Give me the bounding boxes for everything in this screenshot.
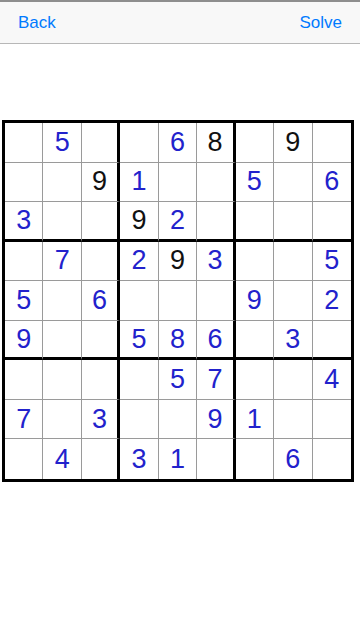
cell-r1c1[interactable] <box>5 123 43 163</box>
cell-r3c4[interactable]: 9 <box>120 202 158 242</box>
cell-r1c7[interactable] <box>236 123 274 163</box>
cell-r2c2[interactable] <box>43 163 81 203</box>
cell-r1c3[interactable] <box>82 123 120 163</box>
cell-r2c9[interactable]: 6 <box>313 163 351 203</box>
cell-r1c9[interactable] <box>313 123 351 163</box>
cell-r5c8[interactable] <box>274 281 312 321</box>
cell-r8c5[interactable] <box>159 400 197 440</box>
cell-r3c1[interactable]: 3 <box>5 202 43 242</box>
cell-r1c8[interactable]: 9 <box>274 123 312 163</box>
cell-r4c2[interactable]: 7 <box>43 242 81 282</box>
cell-r7c4[interactable] <box>120 360 158 400</box>
cell-r9c8[interactable]: 6 <box>274 439 312 479</box>
cell-r3c8[interactable] <box>274 202 312 242</box>
cell-r2c7[interactable]: 5 <box>236 163 274 203</box>
cell-r6c1[interactable]: 9 <box>5 321 43 361</box>
cell-r8c6[interactable]: 9 <box>197 400 235 440</box>
cell-r3c9[interactable] <box>313 202 351 242</box>
cell-r7c2[interactable] <box>43 360 81 400</box>
cell-r7c6[interactable]: 7 <box>197 360 235 400</box>
cell-r4c6[interactable]: 3 <box>197 242 235 282</box>
cell-r9c3[interactable] <box>82 439 120 479</box>
cell-r9c6[interactable] <box>197 439 235 479</box>
cell-r9c2[interactable]: 4 <box>43 439 81 479</box>
cell-r7c9[interactable]: 4 <box>313 360 351 400</box>
cell-r9c5[interactable]: 1 <box>159 439 197 479</box>
cell-r6c9[interactable] <box>313 321 351 361</box>
cell-r5c9[interactable]: 2 <box>313 281 351 321</box>
cell-r7c8[interactable] <box>274 360 312 400</box>
cell-r5c4[interactable] <box>120 281 158 321</box>
cell-r7c1[interactable] <box>5 360 43 400</box>
cell-r2c3[interactable]: 9 <box>82 163 120 203</box>
cell-r5c5[interactable] <box>159 281 197 321</box>
cell-r9c4[interactable]: 3 <box>120 439 158 479</box>
cell-r8c4[interactable] <box>120 400 158 440</box>
cell-r1c4[interactable] <box>120 123 158 163</box>
cell-r5c7[interactable]: 9 <box>236 281 274 321</box>
cell-r8c1[interactable]: 7 <box>5 400 43 440</box>
solve-button[interactable]: Solve <box>299 13 342 33</box>
cell-r9c7[interactable] <box>236 439 274 479</box>
cell-r3c3[interactable] <box>82 202 120 242</box>
cell-r8c8[interactable] <box>274 400 312 440</box>
cell-r2c6[interactable] <box>197 163 235 203</box>
cell-r8c3[interactable]: 3 <box>82 400 120 440</box>
cell-r6c2[interactable] <box>43 321 81 361</box>
cell-r4c9[interactable]: 5 <box>313 242 351 282</box>
cell-r9c9[interactable] <box>313 439 351 479</box>
cell-r4c8[interactable] <box>274 242 312 282</box>
cell-r3c2[interactable] <box>43 202 81 242</box>
cell-r4c5[interactable]: 9 <box>159 242 197 282</box>
cell-r4c7[interactable] <box>236 242 274 282</box>
cell-r6c6[interactable]: 6 <box>197 321 235 361</box>
cell-r8c2[interactable] <box>43 400 81 440</box>
cell-r9c1[interactable] <box>5 439 43 479</box>
cell-r8c9[interactable] <box>313 400 351 440</box>
cell-r4c1[interactable] <box>5 242 43 282</box>
cell-r3c6[interactable] <box>197 202 235 242</box>
back-button[interactable]: Back <box>18 13 56 33</box>
cell-r3c5[interactable]: 2 <box>159 202 197 242</box>
cell-r1c6[interactable]: 8 <box>197 123 235 163</box>
cell-r6c3[interactable] <box>82 321 120 361</box>
cell-r2c4[interactable]: 1 <box>120 163 158 203</box>
cell-r7c7[interactable] <box>236 360 274 400</box>
cell-r6c7[interactable] <box>236 321 274 361</box>
cell-r4c3[interactable] <box>82 242 120 282</box>
cell-r6c5[interactable]: 8 <box>159 321 197 361</box>
cell-r5c6[interactable] <box>197 281 235 321</box>
cell-r2c5[interactable] <box>159 163 197 203</box>
cell-r7c5[interactable]: 5 <box>159 360 197 400</box>
cell-r2c1[interactable] <box>5 163 43 203</box>
nav-bar: Back Solve <box>0 0 360 44</box>
cell-r5c1[interactable]: 5 <box>5 281 43 321</box>
cell-r1c5[interactable]: 6 <box>159 123 197 163</box>
cell-r8c7[interactable]: 1 <box>236 400 274 440</box>
cell-r4c4[interactable]: 2 <box>120 242 158 282</box>
sudoku-board: 568991563927293556929586357473914316 <box>2 120 354 482</box>
cell-r5c2[interactable] <box>43 281 81 321</box>
cell-r2c8[interactable] <box>274 163 312 203</box>
cell-r7c3[interactable] <box>82 360 120 400</box>
cell-r6c4[interactable]: 5 <box>120 321 158 361</box>
cell-r3c7[interactable] <box>236 202 274 242</box>
cell-r1c2[interactable]: 5 <box>43 123 81 163</box>
cell-r5c3[interactable]: 6 <box>82 281 120 321</box>
cell-r6c8[interactable]: 3 <box>274 321 312 361</box>
